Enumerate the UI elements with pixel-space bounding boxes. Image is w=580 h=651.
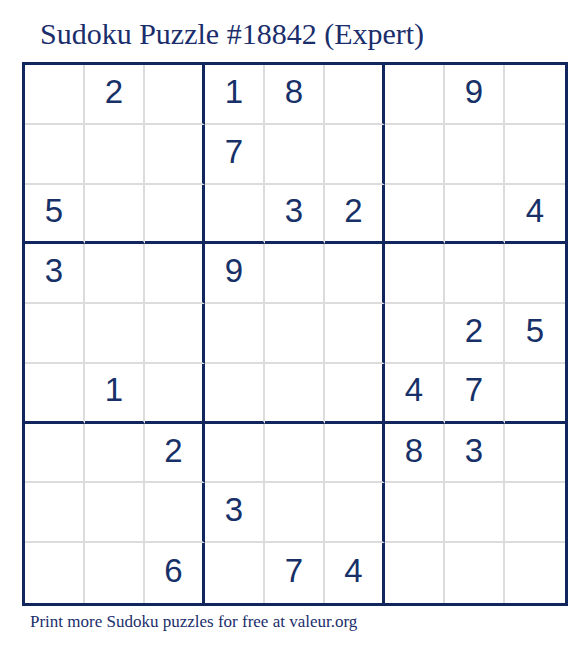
cell-r8c7[interactable] [385, 483, 445, 543]
cell-r3c2[interactable] [85, 185, 145, 245]
cell-r1c1[interactable] [25, 65, 85, 125]
footer-text: Print more Sudoku puzzles for free at va… [30, 612, 357, 632]
cell-r7c2[interactable] [85, 424, 145, 484]
given-digit: 2 [344, 192, 362, 230]
given-digit: 2 [465, 312, 483, 350]
cell-r9c3[interactable]: 6 [145, 543, 205, 603]
cell-r8c1[interactable] [25, 483, 85, 543]
cell-r2c1[interactable] [25, 125, 85, 185]
given-digit: 2 [164, 432, 182, 470]
given-digit: 7 [225, 133, 243, 171]
cell-r6c6[interactable] [325, 364, 385, 424]
cell-r1c6[interactable] [325, 65, 385, 125]
cell-r1c4[interactable]: 1 [205, 65, 265, 125]
given-digit: 9 [225, 252, 243, 290]
cell-r5c3[interactable] [145, 304, 205, 364]
cell-r6c2[interactable]: 1 [85, 364, 145, 424]
cell-r8c9[interactable] [505, 483, 565, 543]
cell-r2c8[interactable] [445, 125, 505, 185]
puzzle-title: Sudoku Puzzle #18842 (Expert) [40, 16, 424, 52]
cell-r6c4[interactable] [205, 364, 265, 424]
cell-r6c8[interactable]: 7 [445, 364, 505, 424]
cell-r7c7[interactable]: 8 [385, 424, 445, 484]
given-digit: 8 [405, 432, 423, 470]
cell-r7c8[interactable]: 3 [445, 424, 505, 484]
cell-r2c5[interactable] [265, 125, 325, 185]
cell-r4c1[interactable]: 3 [25, 244, 85, 304]
cell-r3c9[interactable]: 4 [505, 185, 565, 245]
cell-r5c6[interactable] [325, 304, 385, 364]
cell-r2c2[interactable] [85, 125, 145, 185]
cell-r6c5[interactable] [265, 364, 325, 424]
cell-r9c6[interactable]: 4 [325, 543, 385, 603]
cell-r4c8[interactable] [445, 244, 505, 304]
cell-r9c1[interactable] [25, 543, 85, 603]
given-digit: 8 [285, 73, 303, 111]
cell-r5c2[interactable] [85, 304, 145, 364]
cell-r3c8[interactable] [445, 185, 505, 245]
sudoku-grid: 21897532439251472833674 [22, 62, 568, 606]
cell-r3c6[interactable]: 2 [325, 185, 385, 245]
cell-r8c4[interactable]: 3 [205, 483, 265, 543]
cell-r5c8[interactable]: 2 [445, 304, 505, 364]
page: { "title": "Sudoku Puzzle #18842 (Expert… [0, 0, 580, 651]
given-digit: 2 [105, 73, 123, 111]
given-digit: 3 [285, 192, 303, 230]
given-digit: 9 [465, 73, 483, 111]
cell-r1c7[interactable] [385, 65, 445, 125]
cell-r6c7[interactable]: 4 [385, 364, 445, 424]
given-digit: 7 [285, 552, 303, 590]
cell-r2c7[interactable] [385, 125, 445, 185]
cell-r3c1[interactable]: 5 [25, 185, 85, 245]
cell-r9c2[interactable] [85, 543, 145, 603]
cell-r1c2[interactable]: 2 [85, 65, 145, 125]
cell-r7c5[interactable] [265, 424, 325, 484]
cell-r2c4[interactable]: 7 [205, 125, 265, 185]
given-digit: 4 [344, 552, 362, 590]
cell-r7c6[interactable] [325, 424, 385, 484]
cell-r1c3[interactable] [145, 65, 205, 125]
cell-r5c7[interactable] [385, 304, 445, 364]
cell-r8c3[interactable] [145, 483, 205, 543]
cell-r8c2[interactable] [85, 483, 145, 543]
given-digit: 5 [45, 192, 63, 230]
cell-r9c5[interactable]: 7 [265, 543, 325, 603]
given-digit: 3 [465, 432, 483, 470]
cell-r4c9[interactable] [505, 244, 565, 304]
cell-r9c4[interactable] [205, 543, 265, 603]
cell-r5c4[interactable] [205, 304, 265, 364]
cell-r9c8[interactable] [445, 543, 505, 603]
cell-r7c1[interactable] [25, 424, 85, 484]
cell-r4c6[interactable] [325, 244, 385, 304]
cell-r6c3[interactable] [145, 364, 205, 424]
given-digit: 6 [164, 552, 182, 590]
given-digit: 1 [105, 371, 123, 409]
cell-r9c9[interactable] [505, 543, 565, 603]
cell-r5c5[interactable] [265, 304, 325, 364]
cell-r7c9[interactable] [505, 424, 565, 484]
given-digit: 1 [225, 73, 243, 111]
cell-r3c7[interactable] [385, 185, 445, 245]
cell-r3c5[interactable]: 3 [265, 185, 325, 245]
given-digit: 4 [405, 371, 423, 409]
cell-r7c3[interactable]: 2 [145, 424, 205, 484]
given-digit: 7 [465, 371, 483, 409]
cell-r4c3[interactable] [145, 244, 205, 304]
cell-r4c4[interactable]: 9 [205, 244, 265, 304]
given-digit: 4 [526, 192, 544, 230]
cell-r2c9[interactable] [505, 125, 565, 185]
cell-r9c7[interactable] [385, 543, 445, 603]
cell-r2c3[interactable] [145, 125, 205, 185]
cell-r3c4[interactable] [205, 185, 265, 245]
cell-r6c9[interactable] [505, 364, 565, 424]
cell-r6c1[interactable] [25, 364, 85, 424]
cell-r4c5[interactable] [265, 244, 325, 304]
cell-r2c6[interactable] [325, 125, 385, 185]
cell-r1c9[interactable] [505, 65, 565, 125]
cell-r8c6[interactable] [325, 483, 385, 543]
cell-r1c5[interactable]: 8 [265, 65, 325, 125]
cell-r4c2[interactable] [85, 244, 145, 304]
cell-r4c7[interactable] [385, 244, 445, 304]
cell-r7c4[interactable] [205, 424, 265, 484]
given-digit: 3 [225, 491, 243, 529]
given-digit: 5 [526, 312, 544, 350]
cell-r8c8[interactable] [445, 483, 505, 543]
given-digit: 3 [45, 252, 63, 290]
cell-r1c8[interactable]: 9 [445, 65, 505, 125]
cell-r3c3[interactable] [145, 185, 205, 245]
cell-r5c1[interactable] [25, 304, 85, 364]
cell-r8c5[interactable] [265, 483, 325, 543]
cell-r5c9[interactable]: 5 [505, 304, 565, 364]
